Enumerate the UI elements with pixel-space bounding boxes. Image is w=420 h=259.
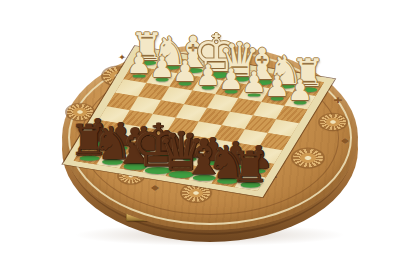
- pieces-layer: ♜♞♝♚♛♝♞♜♟♟♟♟♟♟♟♟♟♟♟♟♟♟♟♟♜♞♝♚♛♝♞♜: [0, 0, 420, 259]
- white-pawn[interactable]: ♟: [149, 54, 175, 83]
- white-pawn[interactable]: ♟: [218, 65, 244, 94]
- round-chess-set-photo: ♜♞♝♚♛♝♞♜♟♟♟♟♟♟♟♟♟♟♟♟♟♟♟♟♜♞♝♚♛♝♞♜: [0, 0, 420, 259]
- white-pawn[interactable]: ♟: [287, 76, 313, 105]
- white-pawn[interactable]: ♟: [172, 57, 198, 86]
- white-pawn[interactable]: ♟: [241, 69, 267, 98]
- white-pawn[interactable]: ♟: [264, 73, 290, 102]
- white-pawn[interactable]: ♟: [126, 50, 152, 79]
- black-rook[interactable]: ♜: [231, 145, 270, 188]
- white-pawn[interactable]: ♟: [195, 61, 221, 90]
